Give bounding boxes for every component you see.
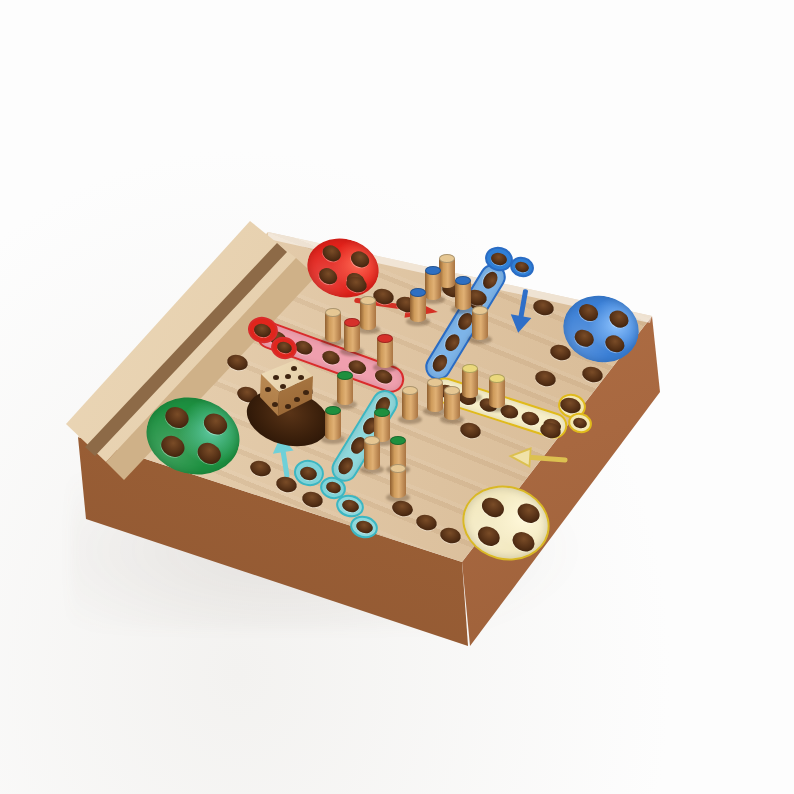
peg-red[interactable] [344,316,360,352]
peg-cap-plain [364,436,380,445]
die-pip [272,402,278,407]
pieces-layer [0,0,794,794]
die-pip [303,390,309,395]
peg-cap-plain [427,378,443,387]
peg-blue[interactable] [410,286,426,322]
peg-cap-plain [390,464,406,473]
peg-cap-green [325,406,341,415]
peg-cap-plain [439,254,455,263]
peg-green[interactable] [325,404,341,440]
peg-cap-yellow [462,364,478,373]
peg-cap-plain [325,308,341,317]
peg-plain[interactable] [364,434,380,470]
die-pip [298,375,304,380]
die-pip [285,404,291,409]
die-pip [265,387,271,392]
peg-plain[interactable] [325,306,341,342]
peg-cap-blue [410,288,426,297]
peg-plain[interactable] [402,384,418,420]
peg-cap-plain [444,386,460,395]
peg-yellow[interactable] [462,362,478,398]
die-pip [273,375,279,380]
peg-cap-green [390,436,406,445]
peg-blue[interactable] [455,274,471,310]
die-pip [285,374,291,379]
peg-plain[interactable] [444,384,460,420]
photo-background [0,0,794,794]
wooden-die[interactable] [255,354,321,422]
peg-plain[interactable] [472,304,488,340]
peg-plain[interactable] [439,252,455,288]
peg-plain[interactable] [427,376,443,412]
peg-cap-blue [425,266,441,275]
die-pip [294,397,300,402]
peg-cap-yellow [489,374,505,383]
peg-plain[interactable] [360,294,376,330]
peg-yellow[interactable] [489,372,505,408]
peg-cap-plain [472,306,488,315]
die-pip [280,384,286,389]
peg-blue[interactable] [425,264,441,300]
peg-cap-red [344,318,360,327]
peg-cap-red [377,334,393,343]
peg-cap-green [374,408,390,417]
die-pip [291,366,297,371]
peg-cap-green [337,371,353,380]
peg-plain[interactable] [390,462,406,498]
peg-cap-plain [360,296,376,305]
peg-red[interactable] [377,332,393,368]
peg-green[interactable] [337,369,353,405]
peg-cap-plain [402,386,418,395]
peg-cap-blue [455,276,471,285]
